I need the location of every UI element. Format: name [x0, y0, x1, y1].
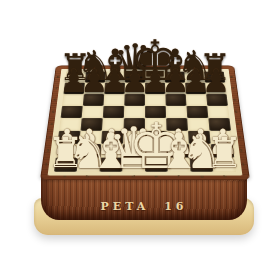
- rank-label-right-7: 7: [231, 87, 234, 89]
- board-square-g5[interactable]: [186, 106, 208, 118]
- board-square-b5[interactable]: [82, 106, 104, 118]
- pieces-layer: ♜♞♝♛♚♝♞♜♟♟♟♟♟♟♟♟♟♟♟♟♟♟♟♟♜♞♝♛♚♝♞♜: [0, 0, 280, 280]
- board-square-a5[interactable]: [61, 106, 83, 118]
- board-square-h5[interactable]: [207, 106, 229, 118]
- chess-piece-white-rook-h1[interactable]: ♜: [206, 134, 243, 175]
- chess-cake-photo: PETA 16 8877665544332211aabbccddeeffgghh…: [0, 0, 280, 280]
- rank-label-left-6: 6: [53, 99, 56, 102]
- birthday-inscription: PETA 16: [41, 200, 247, 213]
- rank-label-right-5: 5: [234, 111, 238, 114]
- rank-label-right-6: 6: [233, 99, 236, 102]
- rank-label-left-7: 7: [55, 87, 58, 89]
- chess-piece-black-pawn-h7[interactable]: ♟: [202, 65, 231, 97]
- rank-label-left-5: 5: [52, 111, 56, 114]
